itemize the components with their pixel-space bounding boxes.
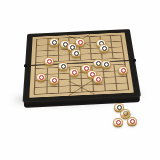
piece-character-mark — [61, 64, 66, 69]
product-photo-scene — [0, 0, 160, 160]
piece-character-mark — [72, 70, 77, 75]
board-cell — [116, 83, 128, 90]
piece-character-mark — [102, 46, 107, 51]
palace-red — [68, 80, 94, 96]
piece-character-mark — [96, 77, 101, 82]
piece-character-mark — [52, 40, 57, 45]
piece-character-mark — [78, 40, 83, 45]
piece-character-mark — [47, 59, 52, 64]
piece-character-mark — [116, 120, 121, 125]
piece-character-mark — [74, 51, 79, 56]
board-cell — [35, 87, 47, 94]
piece-character-mark — [130, 119, 135, 124]
board-cell — [104, 83, 116, 90]
board-cell — [46, 86, 58, 93]
red-piece[interactable] — [113, 118, 123, 127]
piece-character-mark — [39, 75, 44, 80]
piece-character-mark — [104, 62, 109, 67]
red-piece[interactable] — [127, 117, 137, 126]
piece-character-mark — [52, 78, 57, 83]
board-cell — [93, 84, 105, 91]
piece-character-mark — [122, 110, 128, 116]
piece-character-mark — [121, 68, 126, 73]
